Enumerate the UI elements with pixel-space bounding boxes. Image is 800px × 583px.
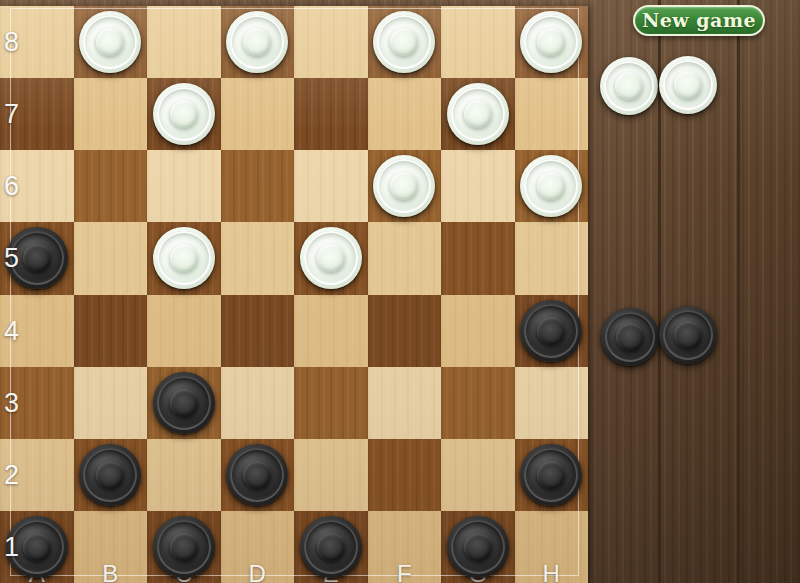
white-man-glyph: ⛀: [669, 62, 708, 108]
black-man-glyph: ⛂: [164, 380, 203, 426]
game-screen: 87654321ABCDEFGH⛀⛀⛀⛀⛀⛀⛀⛀⛀⛀⛂⛂⛂⛂⛂⛂⛂⛂⛂⛂ New…: [0, 0, 800, 583]
piece-black-g1[interactable]: ⛂: [447, 516, 509, 578]
board: 87654321ABCDEFGH⛀⛀⛀⛀⛀⛀⛀⛀⛀⛀⛂⛂⛂⛂⛂⛂⛂⛂⛂⛂: [0, 6, 588, 583]
square-e2[interactable]: [294, 439, 368, 511]
square-d3[interactable]: [221, 367, 295, 439]
piece-black-c1[interactable]: ⛂: [153, 516, 215, 578]
piece-white-f8[interactable]: ⛀: [373, 11, 435, 73]
square-c4[interactable]: [147, 295, 221, 367]
piece-black-e1[interactable]: ⛂: [300, 516, 362, 578]
white-man-glyph: ⛀: [610, 63, 649, 109]
square-e3[interactable]: [294, 367, 368, 439]
square-a7[interactable]: [0, 78, 74, 150]
captured-black-piece: ⛂: [659, 306, 717, 364]
square-g5[interactable]: [441, 222, 515, 294]
piece-black-a1[interactable]: ⛂: [6, 516, 68, 578]
black-man-glyph: ⛂: [611, 314, 650, 360]
white-man-glyph: ⛀: [164, 235, 203, 281]
square-b4[interactable]: [74, 295, 148, 367]
piece-white-h8[interactable]: ⛀: [520, 11, 582, 73]
square-f2[interactable]: [368, 439, 442, 511]
piece-white-c7[interactable]: ⛀: [153, 83, 215, 145]
wood-plank-seam: [737, 0, 740, 583]
piece-white-d8[interactable]: ⛀: [226, 11, 288, 73]
square-b7[interactable]: [74, 78, 148, 150]
white-man-glyph: ⛀: [91, 19, 130, 65]
square-f1[interactable]: [368, 511, 442, 583]
square-g4[interactable]: [441, 295, 515, 367]
square-e6[interactable]: [294, 150, 368, 222]
black-man-glyph: ⛂: [164, 524, 203, 570]
piece-white-b8[interactable]: ⛀: [79, 11, 141, 73]
white-man-glyph: ⛀: [458, 91, 497, 137]
piece-white-c5[interactable]: ⛀: [153, 227, 215, 289]
square-g6[interactable]: [441, 150, 515, 222]
black-man-glyph: ⛂: [238, 452, 277, 498]
piece-black-h4[interactable]: ⛂: [520, 300, 582, 362]
square-h5[interactable]: [515, 222, 589, 294]
square-d4[interactable]: [221, 295, 295, 367]
white-man-glyph: ⛀: [385, 19, 424, 65]
white-man-glyph: ⛀: [532, 163, 571, 209]
square-e4[interactable]: [294, 295, 368, 367]
square-d7[interactable]: [221, 78, 295, 150]
piece-white-e5[interactable]: ⛀: [300, 227, 362, 289]
square-a8[interactable]: [0, 6, 74, 78]
black-man-glyph: ⛂: [458, 524, 497, 570]
square-g2[interactable]: [441, 439, 515, 511]
black-man-glyph: ⛂: [532, 308, 571, 354]
square-f5[interactable]: [368, 222, 442, 294]
square-b1[interactable]: [74, 511, 148, 583]
white-man-glyph: ⛀: [385, 163, 424, 209]
black-man-glyph: ⛂: [311, 524, 350, 570]
black-man-glyph: ⛂: [17, 235, 56, 281]
square-g3[interactable]: [441, 367, 515, 439]
square-h1[interactable]: [515, 511, 589, 583]
square-f3[interactable]: [368, 367, 442, 439]
black-man-glyph: ⛂: [669, 312, 708, 358]
piece-black-d2[interactable]: ⛂: [226, 444, 288, 506]
black-man-glyph: ⛂: [91, 452, 130, 498]
new-game-button[interactable]: New game: [633, 5, 765, 36]
square-f7[interactable]: [368, 78, 442, 150]
white-man-glyph: ⛀: [164, 91, 203, 137]
square-b5[interactable]: [74, 222, 148, 294]
black-man-glyph: ⛂: [532, 452, 571, 498]
piece-white-g7[interactable]: ⛀: [447, 83, 509, 145]
piece-black-c3[interactable]: ⛂: [153, 372, 215, 434]
square-b3[interactable]: [74, 367, 148, 439]
square-b6[interactable]: [74, 150, 148, 222]
piece-black-b2[interactable]: ⛂: [79, 444, 141, 506]
square-d5[interactable]: [221, 222, 295, 294]
square-a2[interactable]: [0, 439, 74, 511]
square-e8[interactable]: [294, 6, 368, 78]
square-a6[interactable]: [0, 150, 74, 222]
square-a3[interactable]: [0, 367, 74, 439]
captured-white-piece: ⛀: [600, 57, 658, 115]
white-man-glyph: ⛀: [311, 235, 350, 281]
square-d1[interactable]: [221, 511, 295, 583]
black-man-glyph: ⛂: [17, 524, 56, 570]
white-man-glyph: ⛀: [532, 19, 571, 65]
square-e7[interactable]: [294, 78, 368, 150]
square-g8[interactable]: [441, 6, 515, 78]
square-c6[interactable]: [147, 150, 221, 222]
square-a4[interactable]: [0, 295, 74, 367]
square-c2[interactable]: [147, 439, 221, 511]
square-d6[interactable]: [221, 150, 295, 222]
captured-white-piece: ⛀: [659, 56, 717, 114]
square-h7[interactable]: [515, 78, 589, 150]
piece-black-a5[interactable]: ⛂: [6, 227, 68, 289]
piece-black-h2[interactable]: ⛂: [520, 444, 582, 506]
square-f4[interactable]: [368, 295, 442, 367]
captured-black-piece: ⛂: [601, 308, 659, 366]
white-man-glyph: ⛀: [238, 19, 277, 65]
square-c8[interactable]: [147, 6, 221, 78]
square-h3[interactable]: [515, 367, 589, 439]
